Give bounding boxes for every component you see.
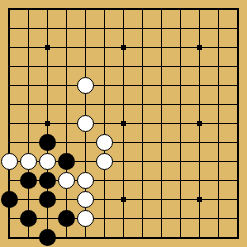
intersection-b4[interactable] [19,171,38,190]
intersection-d6[interactable] [57,133,76,152]
white-stone [20,153,37,170]
intersection-i1[interactable] [152,228,171,247]
intersection-b1[interactable] [19,228,38,247]
intersection-h11[interactable] [133,38,152,57]
intersection-f13[interactable] [95,0,114,19]
intersection-g10[interactable] [114,57,133,76]
intersection-b12[interactable] [19,19,38,38]
intersection-d9[interactable] [57,76,76,95]
intersection-l3[interactable] [209,190,228,209]
intersection-e5[interactable] [76,152,95,171]
intersection-c7[interactable] [38,114,57,133]
intersection-d11[interactable] [57,38,76,57]
intersection-k12[interactable] [190,19,209,38]
white-stone [39,153,56,170]
intersection-e2[interactable] [76,209,95,228]
intersection-h7[interactable] [133,114,152,133]
intersection-l1[interactable] [209,228,228,247]
intersection-d10[interactable] [57,57,76,76]
intersection-i10[interactable] [152,57,171,76]
black-stone [39,191,56,208]
intersection-j12[interactable] [171,19,190,38]
intersection-e13[interactable] [76,0,95,19]
intersection-h6[interactable] [133,133,152,152]
intersection-b2[interactable] [19,209,38,228]
intersection-f1[interactable] [95,228,114,247]
intersection-m11[interactable] [228,38,247,57]
intersection-b6[interactable] [19,133,38,152]
intersection-i11[interactable] [152,38,171,57]
intersection-j7[interactable] [171,114,190,133]
intersection-g1[interactable] [114,228,133,247]
intersection-m2[interactable] [228,209,247,228]
intersection-m1[interactable] [228,228,247,247]
intersection-l6[interactable] [209,133,228,152]
intersection-l4[interactable] [209,171,228,190]
white-stone [77,115,94,132]
intersection-e7[interactable] [76,114,95,133]
intersection-m12[interactable] [228,19,247,38]
white-stone [58,172,75,189]
intersection-k6[interactable] [190,133,209,152]
intersection-l10[interactable] [209,57,228,76]
intersection-a3[interactable] [0,190,19,209]
intersection-e4[interactable] [76,171,95,190]
intersection-b9[interactable] [19,76,38,95]
intersection-d2[interactable] [57,209,76,228]
intersection-k8[interactable] [190,95,209,114]
intersection-g8[interactable] [114,95,133,114]
intersection-f4[interactable] [95,171,114,190]
intersection-j3[interactable] [171,190,190,209]
intersection-b13[interactable] [19,0,38,19]
intersection-h10[interactable] [133,57,152,76]
intersection-f2[interactable] [95,209,114,228]
intersection-g9[interactable] [114,76,133,95]
intersection-i8[interactable] [152,95,171,114]
intersection-c9[interactable] [38,76,57,95]
intersection-g3[interactable] [114,190,133,209]
intersection-k13[interactable] [190,0,209,19]
intersection-i2[interactable] [152,209,171,228]
intersection-m3[interactable] [228,190,247,209]
white-stone [96,134,113,151]
intersection-k3[interactable] [190,190,209,209]
intersection-a13[interactable] [0,0,19,19]
intersection-e1[interactable] [76,228,95,247]
intersection-c1[interactable] [38,228,57,247]
intersection-d3[interactable] [57,190,76,209]
intersection-b7[interactable] [19,114,38,133]
intersection-h1[interactable] [133,228,152,247]
intersection-e10[interactable] [76,57,95,76]
intersection-a5[interactable] [0,152,19,171]
intersection-g13[interactable] [114,0,133,19]
intersection-b3[interactable] [19,190,38,209]
intersection-k2[interactable] [190,209,209,228]
intersection-k9[interactable] [190,76,209,95]
black-stone [58,153,75,170]
intersection-k10[interactable] [190,57,209,76]
intersection-f9[interactable] [95,76,114,95]
intersection-h8[interactable] [133,95,152,114]
intersection-e11[interactable] [76,38,95,57]
intersection-i3[interactable] [152,190,171,209]
intersection-j13[interactable] [171,0,190,19]
intersection-a10[interactable] [0,57,19,76]
board-grid [0,0,247,247]
black-stone [20,210,37,227]
white-stone [96,153,113,170]
intersection-g12[interactable] [114,19,133,38]
intersection-d5[interactable] [57,152,76,171]
intersection-g11[interactable] [114,38,133,57]
intersection-l7[interactable] [209,114,228,133]
go-board [0,0,247,247]
intersection-h3[interactable] [133,190,152,209]
black-stone [39,134,56,151]
intersection-g6[interactable] [114,133,133,152]
intersection-d4[interactable] [57,171,76,190]
white-stone [77,77,94,94]
intersection-b8[interactable] [19,95,38,114]
intersection-a11[interactable] [0,38,19,57]
white-stone [1,153,18,170]
intersection-e9[interactable] [76,76,95,95]
intersection-b11[interactable] [19,38,38,57]
intersection-h2[interactable] [133,209,152,228]
intersection-a4[interactable] [0,171,19,190]
intersection-c13[interactable] [38,0,57,19]
intersection-l9[interactable] [209,76,228,95]
black-stone [1,191,18,208]
intersection-c2[interactable] [38,209,57,228]
intersection-c10[interactable] [38,57,57,76]
intersection-l8[interactable] [209,95,228,114]
intersection-m8[interactable] [228,95,247,114]
intersection-i12[interactable] [152,19,171,38]
black-stone [58,210,75,227]
intersection-a2[interactable] [0,209,19,228]
intersection-m4[interactable] [228,171,247,190]
intersection-f5[interactable] [95,152,114,171]
white-stone [77,210,94,227]
intersection-h13[interactable] [133,0,152,19]
intersection-c12[interactable] [38,19,57,38]
intersection-j2[interactable] [171,209,190,228]
intersection-i7[interactable] [152,114,171,133]
intersection-a6[interactable] [0,133,19,152]
intersection-k11[interactable] [190,38,209,57]
intersection-k5[interactable] [190,152,209,171]
intersection-c3[interactable] [38,190,57,209]
intersection-f6[interactable] [95,133,114,152]
intersection-i9[interactable] [152,76,171,95]
intersection-j5[interactable] [171,152,190,171]
intersection-f7[interactable] [95,114,114,133]
intersection-j8[interactable] [171,95,190,114]
intersection-c8[interactable] [38,95,57,114]
intersection-m10[interactable] [228,57,247,76]
intersection-g4[interactable] [114,171,133,190]
intersection-a9[interactable] [0,76,19,95]
intersection-f12[interactable] [95,19,114,38]
intersection-l13[interactable] [209,0,228,19]
intersection-j6[interactable] [171,133,190,152]
intersection-d13[interactable] [57,0,76,19]
black-stone [20,172,37,189]
intersection-d12[interactable] [57,19,76,38]
intersection-d1[interactable] [57,228,76,247]
intersection-d7[interactable] [57,114,76,133]
intersection-c4[interactable] [38,171,57,190]
intersection-i13[interactable] [152,0,171,19]
intersection-c5[interactable] [38,152,57,171]
intersection-h12[interactable] [133,19,152,38]
intersection-l5[interactable] [209,152,228,171]
intersection-i5[interactable] [152,152,171,171]
intersection-e8[interactable] [76,95,95,114]
intersection-f8[interactable] [95,95,114,114]
intersection-m13[interactable] [228,0,247,19]
intersection-j11[interactable] [171,38,190,57]
white-stone [77,172,94,189]
intersection-j10[interactable] [171,57,190,76]
intersection-a7[interactable] [0,114,19,133]
intersection-a8[interactable] [0,95,19,114]
intersection-k7[interactable] [190,114,209,133]
intersection-h4[interactable] [133,171,152,190]
intersection-j4[interactable] [171,171,190,190]
intersection-g7[interactable] [114,114,133,133]
intersection-e6[interactable] [76,133,95,152]
intersection-e12[interactable] [76,19,95,38]
intersection-g5[interactable] [114,152,133,171]
intersection-f11[interactable] [95,38,114,57]
intersection-i6[interactable] [152,133,171,152]
intersection-l2[interactable] [209,209,228,228]
intersection-g2[interactable] [114,209,133,228]
white-stone [77,191,94,208]
intersection-a12[interactable] [0,19,19,38]
intersection-j1[interactable] [171,228,190,247]
intersection-a1[interactable] [0,228,19,247]
intersection-b5[interactable] [19,152,38,171]
black-stone [39,229,56,246]
intersection-b10[interactable] [19,57,38,76]
intersection-j9[interactable] [171,76,190,95]
intersection-f10[interactable] [95,57,114,76]
intersection-e3[interactable] [76,190,95,209]
intersection-l11[interactable] [209,38,228,57]
intersection-i4[interactable] [152,171,171,190]
intersection-h5[interactable] [133,152,152,171]
intersection-f3[interactable] [95,190,114,209]
intersection-m5[interactable] [228,152,247,171]
intersection-d8[interactable] [57,95,76,114]
intersection-h9[interactable] [133,76,152,95]
intersection-c11[interactable] [38,38,57,57]
black-stone [39,172,56,189]
intersection-l12[interactable] [209,19,228,38]
intersection-k1[interactable] [190,228,209,247]
intersection-m6[interactable] [228,133,247,152]
intersection-m9[interactable] [228,76,247,95]
intersection-c6[interactable] [38,133,57,152]
intersection-m7[interactable] [228,114,247,133]
intersection-k4[interactable] [190,171,209,190]
